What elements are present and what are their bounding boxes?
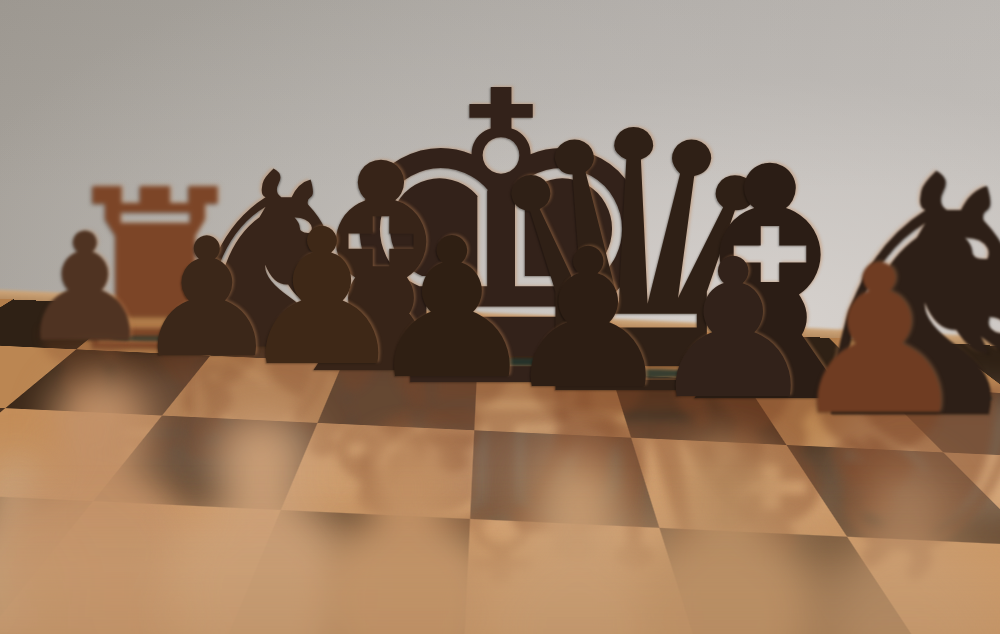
chess-photo-scene: ♟♜♟♞♟♝♟♚♟♛♟♝♟♞ ♟♜♟♞♟♝♟♚♟♛♟♝♟♞ ♟♟♟♟♟♟♟	[0, 0, 1000, 634]
chessboard	[0, 296, 1000, 634]
board-squares-grid	[0, 288, 1000, 634]
light-square	[344, 316, 480, 368]
light-square	[474, 368, 630, 438]
dark-square	[470, 431, 659, 528]
dark-square	[318, 362, 477, 431]
dark-square	[477, 321, 611, 374]
